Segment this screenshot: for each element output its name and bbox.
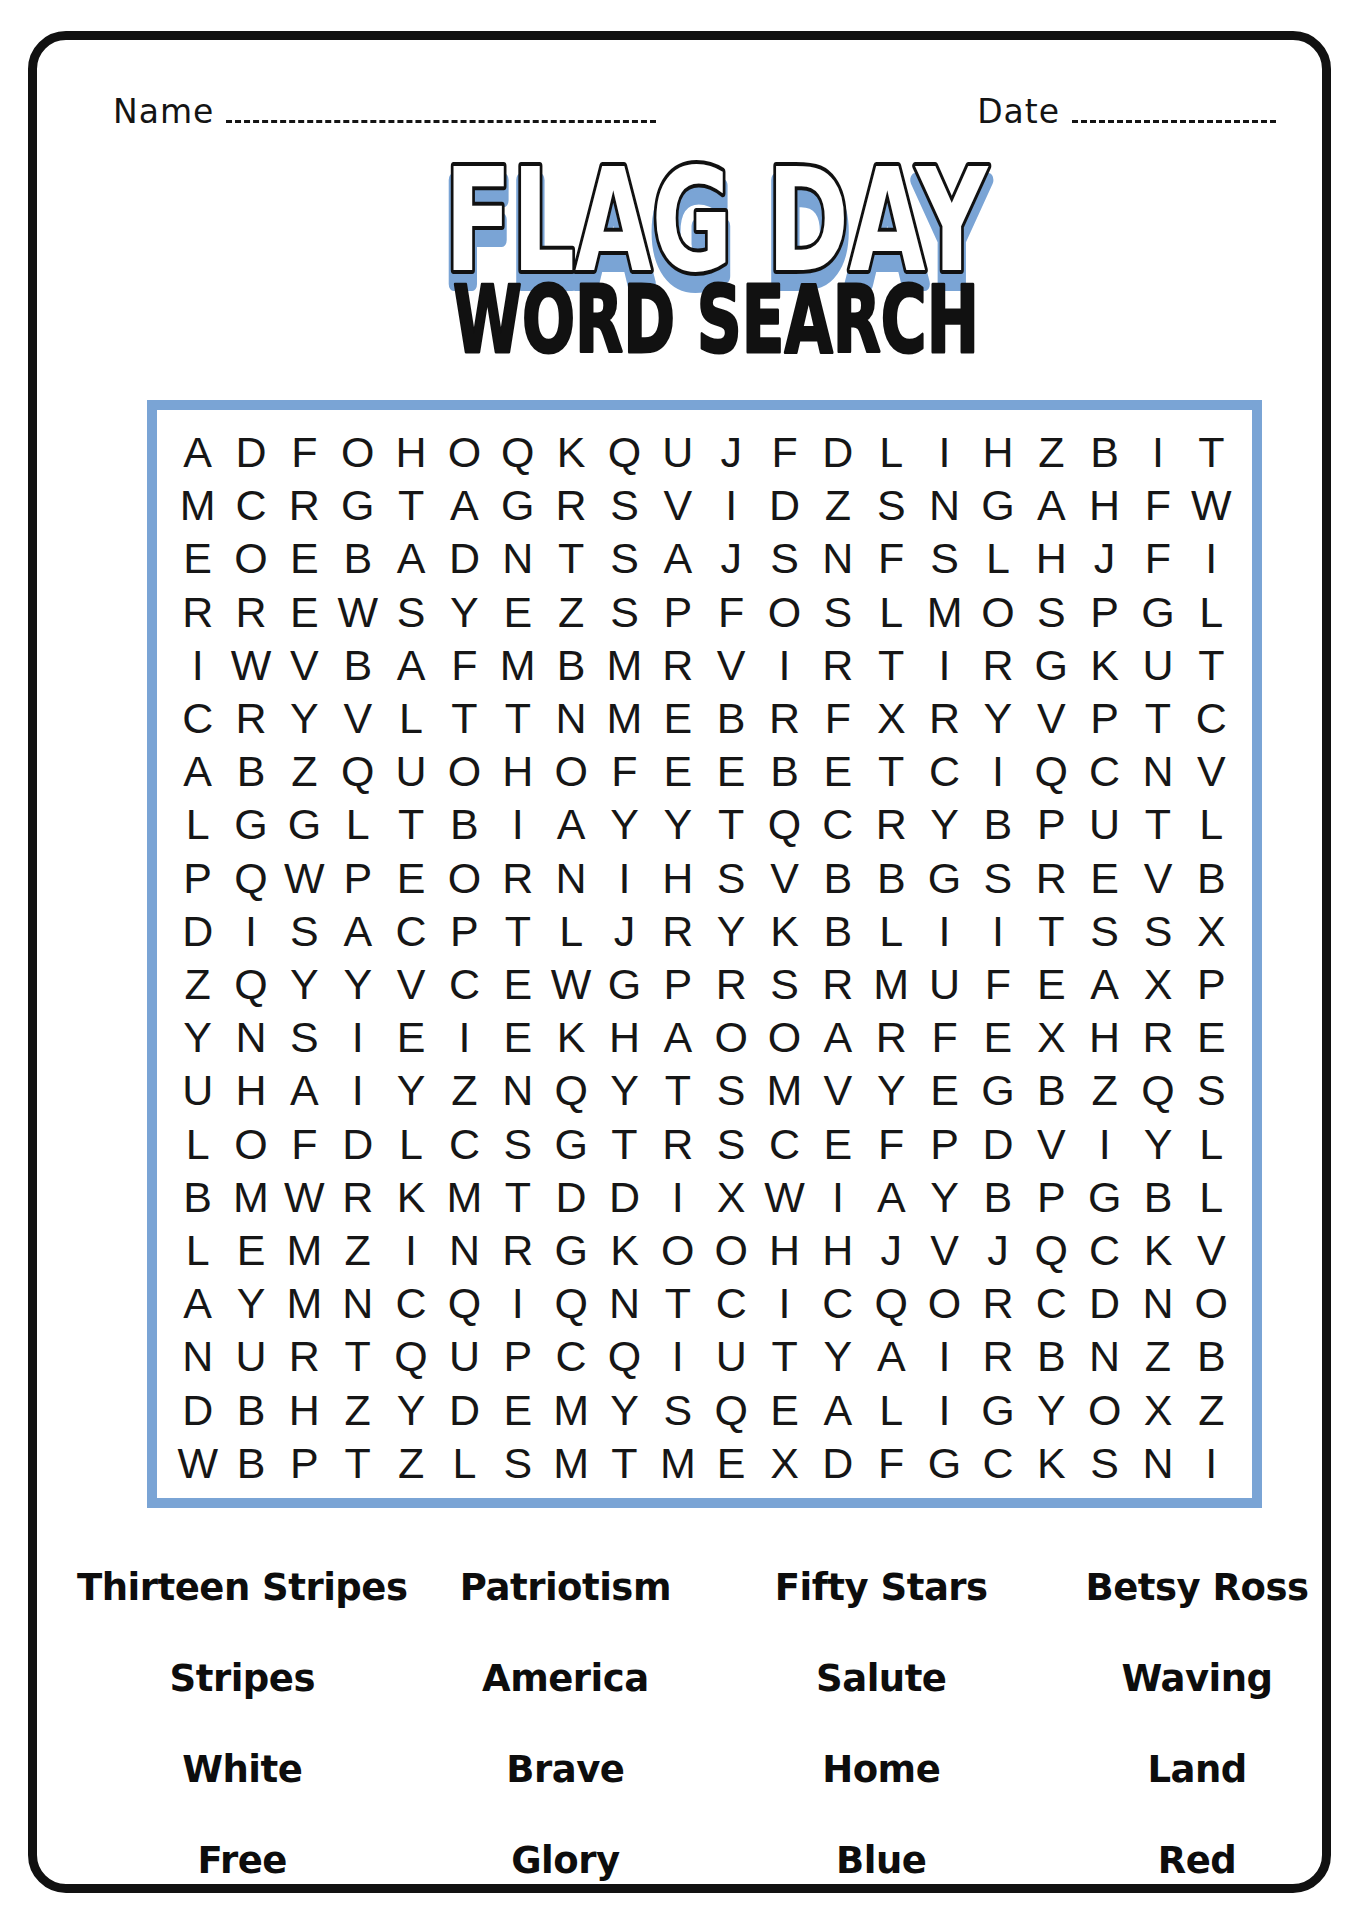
grid-cell-r11c12[interactable]: S [758, 958, 811, 1011]
grid-cell-r2c7[interactable]: G [491, 479, 544, 532]
grid-cell-r3c4[interactable]: B [331, 532, 384, 585]
grid-cell-r18c13[interactable]: Y [811, 1330, 864, 1383]
grid-cell-r11c16[interactable]: F [971, 958, 1024, 1011]
grid-cell-r17c18[interactable]: D [1078, 1277, 1131, 1330]
grid-cell-r9c7[interactable]: R [491, 852, 544, 905]
grid-cell-r16c17[interactable]: Q [1025, 1224, 1078, 1277]
grid-cell-r14c5[interactable]: L [384, 1118, 437, 1171]
grid-cell-r12c7[interactable]: E [491, 1011, 544, 1064]
grid-cell-r13c12[interactable]: M [758, 1064, 811, 1117]
grid-cell-r12c10[interactable]: A [651, 1011, 704, 1064]
grid-cell-r13c1[interactable]: U [171, 1064, 224, 1117]
grid-cell-r15c20[interactable]: L [1185, 1171, 1238, 1224]
grid-cell-r16c16[interactable]: J [971, 1224, 1024, 1277]
grid-cell-r19c1[interactable]: D [171, 1384, 224, 1437]
grid-cell-r1c5[interactable]: H [384, 426, 437, 479]
grid-cell-r19c17[interactable]: Y [1025, 1384, 1078, 1437]
grid-cell-r8c13[interactable]: C [811, 798, 864, 851]
grid-cell-r7c15[interactable]: C [918, 745, 971, 798]
grid-cell-r19c10[interactable]: S [651, 1384, 704, 1437]
grid-cell-r15c8[interactable]: D [544, 1171, 597, 1224]
grid-cell-r20c17[interactable]: K [1025, 1437, 1078, 1490]
grid-cell-r12c5[interactable]: E [384, 1011, 437, 1064]
grid-cell-r17c11[interactable]: C [704, 1277, 757, 1330]
grid-cell-r7c7[interactable]: H [491, 745, 544, 798]
grid-cell-r10c8[interactable]: L [544, 905, 597, 958]
grid-cell-r13c15[interactable]: E [918, 1064, 971, 1117]
grid-cell-r11c10[interactable]: P [651, 958, 704, 1011]
grid-cell-r14c13[interactable]: E [811, 1118, 864, 1171]
grid-cell-r18c12[interactable]: T [758, 1330, 811, 1383]
grid-cell-r20c12[interactable]: X [758, 1437, 811, 1490]
grid-cell-r17c12[interactable]: I [758, 1277, 811, 1330]
grid-cell-r7c6[interactable]: O [438, 745, 491, 798]
grid-cell-r7c10[interactable]: E [651, 745, 704, 798]
grid-cell-r2c3[interactable]: R [278, 479, 331, 532]
grid-cell-r5c15[interactable]: I [918, 639, 971, 692]
grid-cell-r18c18[interactable]: N [1078, 1330, 1131, 1383]
grid-cell-r7c5[interactable]: U [384, 745, 437, 798]
grid-cell-r4c18[interactable]: P [1078, 586, 1131, 639]
grid-cell-r19c8[interactable]: M [544, 1384, 597, 1437]
grid-cell-r18c11[interactable]: U [704, 1330, 757, 1383]
grid-cell-r20c4[interactable]: T [331, 1437, 384, 1490]
grid-cell-r11c6[interactable]: C [438, 958, 491, 1011]
grid-cell-r15c5[interactable]: K [384, 1171, 437, 1224]
grid-cell-r6c16[interactable]: Y [971, 692, 1024, 745]
grid-cell-r13c11[interactable]: S [704, 1064, 757, 1117]
grid-cell-r7c20[interactable]: V [1185, 745, 1238, 798]
grid-cell-r9c18[interactable]: E [1078, 852, 1131, 905]
grid-cell-r14c8[interactable]: G [544, 1118, 597, 1171]
grid-cell-r17c1[interactable]: A [171, 1277, 224, 1330]
grid-cell-r19c13[interactable]: A [811, 1384, 864, 1437]
grid-cell-r1c10[interactable]: U [651, 426, 704, 479]
grid-cell-r2c1[interactable]: M [171, 479, 224, 532]
grid-cell-r6c12[interactable]: R [758, 692, 811, 745]
grid-cell-r7c9[interactable]: F [598, 745, 651, 798]
grid-cell-r4c3[interactable]: E [278, 586, 331, 639]
grid-cell-r9c14[interactable]: B [865, 852, 918, 905]
grid-cell-r10c15[interactable]: I [918, 905, 971, 958]
grid-cell-r20c14[interactable]: F [865, 1437, 918, 1490]
grid-cell-r10c1[interactable]: D [171, 905, 224, 958]
grid-cell-r2c20[interactable]: W [1185, 479, 1238, 532]
grid-cell-r4c16[interactable]: O [971, 586, 1024, 639]
grid-cell-r3c2[interactable]: O [224, 532, 277, 585]
grid-cell-r12c4[interactable]: I [331, 1011, 384, 1064]
grid-cell-r15c2[interactable]: M [224, 1171, 277, 1224]
grid-cell-r10c13[interactable]: B [811, 905, 864, 958]
grid-cell-r2c9[interactable]: S [598, 479, 651, 532]
grid-cell-r17c10[interactable]: T [651, 1277, 704, 1330]
grid-cell-r3c10[interactable]: A [651, 532, 704, 585]
grid-cell-r1c17[interactable]: Z [1025, 426, 1078, 479]
grid-cell-r19c16[interactable]: G [971, 1384, 1024, 1437]
grid-cell-r18c7[interactable]: P [491, 1330, 544, 1383]
grid-cell-r19c19[interactable]: X [1131, 1384, 1184, 1437]
grid-cell-r9c10[interactable]: H [651, 852, 704, 905]
grid-cell-r13c7[interactable]: N [491, 1064, 544, 1117]
grid-cell-r13c13[interactable]: V [811, 1064, 864, 1117]
grid-cell-r1c19[interactable]: I [1131, 426, 1184, 479]
grid-cell-r16c8[interactable]: G [544, 1224, 597, 1277]
grid-cell-r7c11[interactable]: E [704, 745, 757, 798]
grid-cell-r16c1[interactable]: L [171, 1224, 224, 1277]
grid-cell-r1c20[interactable]: T [1185, 426, 1238, 479]
grid-cell-r2c4[interactable]: G [331, 479, 384, 532]
grid-cell-r8c10[interactable]: Y [651, 798, 704, 851]
grid-cell-r5c20[interactable]: T [1185, 639, 1238, 692]
grid-cell-r2c10[interactable]: V [651, 479, 704, 532]
grid-cell-r3c20[interactable]: I [1185, 532, 1238, 585]
grid-cell-r13c9[interactable]: Y [598, 1064, 651, 1117]
grid-cell-r9c20[interactable]: B [1185, 852, 1238, 905]
grid-cell-r8c5[interactable]: T [384, 798, 437, 851]
grid-cell-r5c4[interactable]: B [331, 639, 384, 692]
grid-cell-r1c2[interactable]: D [224, 426, 277, 479]
grid-cell-r9c6[interactable]: O [438, 852, 491, 905]
grid-cell-r11c9[interactable]: G [598, 958, 651, 1011]
grid-cell-r6c11[interactable]: B [704, 692, 757, 745]
grid-cell-r12c19[interactable]: R [1131, 1011, 1184, 1064]
grid-cell-r16c11[interactable]: O [704, 1224, 757, 1277]
grid-cell-r17c20[interactable]: O [1185, 1277, 1238, 1330]
grid-cell-r9c3[interactable]: W [278, 852, 331, 905]
grid-cell-r4c14[interactable]: L [865, 586, 918, 639]
grid-cell-r4c20[interactable]: L [1185, 586, 1238, 639]
grid-cell-r6c13[interactable]: F [811, 692, 864, 745]
grid-cell-r15c10[interactable]: I [651, 1171, 704, 1224]
grid-cell-r20c20[interactable]: I [1185, 1437, 1238, 1490]
grid-cell-r15c9[interactable]: D [598, 1171, 651, 1224]
grid-cell-r4c1[interactable]: R [171, 586, 224, 639]
grid-cell-r16c13[interactable]: H [811, 1224, 864, 1277]
grid-cell-r2c18[interactable]: H [1078, 479, 1131, 532]
grid-cell-r7c14[interactable]: T [865, 745, 918, 798]
grid-cell-r14c1[interactable]: L [171, 1118, 224, 1171]
grid-cell-r12c6[interactable]: I [438, 1011, 491, 1064]
grid-cell-r11c1[interactable]: Z [171, 958, 224, 1011]
grid-cell-r2c19[interactable]: F [1131, 479, 1184, 532]
grid-cell-r13c19[interactable]: Q [1131, 1064, 1184, 1117]
grid-cell-r1c14[interactable]: L [865, 426, 918, 479]
grid-cell-r2c11[interactable]: I [704, 479, 757, 532]
grid-cell-r10c18[interactable]: S [1078, 905, 1131, 958]
grid-cell-r15c7[interactable]: T [491, 1171, 544, 1224]
grid-cell-r18c9[interactable]: Q [598, 1330, 651, 1383]
grid-cell-r6c17[interactable]: V [1025, 692, 1078, 745]
date-input-line[interactable] [1072, 116, 1276, 123]
grid-cell-r1c3[interactable]: F [278, 426, 331, 479]
grid-cell-r2c8[interactable]: R [544, 479, 597, 532]
grid-cell-r6c8[interactable]: N [544, 692, 597, 745]
grid-cell-r19c6[interactable]: D [438, 1384, 491, 1437]
grid-cell-r7c19[interactable]: N [1131, 745, 1184, 798]
grid-cell-r14c4[interactable]: D [331, 1118, 384, 1171]
grid-cell-r20c1[interactable]: W [171, 1437, 224, 1490]
grid-cell-r14c19[interactable]: Y [1131, 1118, 1184, 1171]
grid-cell-r4c6[interactable]: Y [438, 586, 491, 639]
grid-cell-r10c2[interactable]: I [224, 905, 277, 958]
grid-cell-r11c17[interactable]: E [1025, 958, 1078, 1011]
grid-cell-r7c18[interactable]: C [1078, 745, 1131, 798]
grid-cell-r13c16[interactable]: G [971, 1064, 1024, 1117]
grid-cell-r12c9[interactable]: H [598, 1011, 651, 1064]
grid-cell-r18c16[interactable]: R [971, 1330, 1024, 1383]
grid-cell-r5c16[interactable]: R [971, 639, 1024, 692]
grid-cell-r19c14[interactable]: L [865, 1384, 918, 1437]
grid-cell-r3c8[interactable]: T [544, 532, 597, 585]
grid-cell-r6c18[interactable]: P [1078, 692, 1131, 745]
grid-cell-r15c16[interactable]: B [971, 1171, 1024, 1224]
grid-cell-r13c5[interactable]: Y [384, 1064, 437, 1117]
grid-cell-r16c18[interactable]: C [1078, 1224, 1131, 1277]
grid-cell-r16c20[interactable]: V [1185, 1224, 1238, 1277]
grid-cell-r17c3[interactable]: M [278, 1277, 331, 1330]
grid-cell-r5c13[interactable]: R [811, 639, 864, 692]
grid-cell-r16c7[interactable]: R [491, 1224, 544, 1277]
grid-cell-r11c15[interactable]: U [918, 958, 971, 1011]
grid-cell-r5c12[interactable]: I [758, 639, 811, 692]
grid-cell-r15c15[interactable]: Y [918, 1171, 971, 1224]
grid-cell-r10c9[interactable]: J [598, 905, 651, 958]
grid-cell-r11c2[interactable]: Q [224, 958, 277, 1011]
grid-cell-r6c14[interactable]: X [865, 692, 918, 745]
grid-cell-r3c14[interactable]: F [865, 532, 918, 585]
grid-cell-r13c4[interactable]: I [331, 1064, 384, 1117]
grid-cell-r4c5[interactable]: S [384, 586, 437, 639]
grid-cell-r16c14[interactable]: J [865, 1224, 918, 1277]
grid-cell-r10c19[interactable]: S [1131, 905, 1184, 958]
grid-cell-r11c14[interactable]: M [865, 958, 918, 1011]
grid-cell-r2c16[interactable]: G [971, 479, 1024, 532]
grid-cell-r19c3[interactable]: H [278, 1384, 331, 1437]
grid-cell-r1c11[interactable]: J [704, 426, 757, 479]
grid-cell-r7c13[interactable]: E [811, 745, 864, 798]
grid-cell-r3c15[interactable]: S [918, 532, 971, 585]
grid-cell-r5c11[interactable]: V [704, 639, 757, 692]
grid-cell-r18c14[interactable]: A [865, 1330, 918, 1383]
grid-cell-r17c7[interactable]: I [491, 1277, 544, 1330]
grid-cell-r20c10[interactable]: M [651, 1437, 704, 1490]
grid-cell-r10c5[interactable]: C [384, 905, 437, 958]
grid-cell-r13c8[interactable]: Q [544, 1064, 597, 1117]
grid-cell-r8c14[interactable]: R [865, 798, 918, 851]
grid-cell-r16c6[interactable]: N [438, 1224, 491, 1277]
grid-cell-r15c17[interactable]: P [1025, 1171, 1078, 1224]
grid-cell-r8c16[interactable]: B [971, 798, 1024, 851]
grid-cell-r8c17[interactable]: P [1025, 798, 1078, 851]
grid-cell-r17c17[interactable]: C [1025, 1277, 1078, 1330]
grid-cell-r13c6[interactable]: Z [438, 1064, 491, 1117]
grid-cell-r19c5[interactable]: Y [384, 1384, 437, 1437]
grid-cell-r2c17[interactable]: A [1025, 479, 1078, 532]
grid-cell-r6c10[interactable]: E [651, 692, 704, 745]
grid-cell-r14c6[interactable]: C [438, 1118, 491, 1171]
grid-cell-r10c4[interactable]: A [331, 905, 384, 958]
grid-cell-r7c16[interactable]: I [971, 745, 1024, 798]
grid-cell-r12c3[interactable]: S [278, 1011, 331, 1064]
grid-cell-r20c19[interactable]: N [1131, 1437, 1184, 1490]
grid-cell-r14c3[interactable]: F [278, 1118, 331, 1171]
grid-cell-r14c17[interactable]: V [1025, 1118, 1078, 1171]
grid-cell-r9c11[interactable]: S [704, 852, 757, 905]
grid-cell-r20c13[interactable]: D [811, 1437, 864, 1490]
grid-cell-r4c4[interactable]: W [331, 586, 384, 639]
grid-cell-r16c19[interactable]: K [1131, 1224, 1184, 1277]
grid-cell-r3c3[interactable]: E [278, 532, 331, 585]
grid-cell-r19c18[interactable]: O [1078, 1384, 1131, 1437]
grid-cell-r9c16[interactable]: S [971, 852, 1024, 905]
grid-cell-r12c11[interactable]: O [704, 1011, 757, 1064]
grid-cell-r15c18[interactable]: G [1078, 1171, 1131, 1224]
grid-cell-r12c17[interactable]: X [1025, 1011, 1078, 1064]
grid-cell-r18c4[interactable]: T [331, 1330, 384, 1383]
grid-cell-r4c17[interactable]: S [1025, 586, 1078, 639]
grid-cell-r13c18[interactable]: Z [1078, 1064, 1131, 1117]
grid-cell-r15c1[interactable]: B [171, 1171, 224, 1224]
grid-cell-r13c14[interactable]: Y [865, 1064, 918, 1117]
grid-cell-r10c11[interactable]: Y [704, 905, 757, 958]
grid-cell-r10c7[interactable]: T [491, 905, 544, 958]
grid-cell-r16c15[interactable]: V [918, 1224, 971, 1277]
grid-cell-r12c1[interactable]: Y [171, 1011, 224, 1064]
grid-cell-r13c17[interactable]: B [1025, 1064, 1078, 1117]
grid-cell-r8c1[interactable]: L [171, 798, 224, 851]
grid-cell-r4c2[interactable]: R [224, 586, 277, 639]
grid-cell-r11c19[interactable]: X [1131, 958, 1184, 1011]
grid-cell-r18c6[interactable]: U [438, 1330, 491, 1383]
grid-cell-r15c19[interactable]: B [1131, 1171, 1184, 1224]
grid-cell-r3c18[interactable]: J [1078, 532, 1131, 585]
grid-cell-r13c2[interactable]: H [224, 1064, 277, 1117]
grid-cell-r2c15[interactable]: N [918, 479, 971, 532]
grid-cell-r18c19[interactable]: Z [1131, 1330, 1184, 1383]
grid-cell-r1c1[interactable]: A [171, 426, 224, 479]
grid-cell-r7c2[interactable]: B [224, 745, 277, 798]
grid-cell-r9c15[interactable]: G [918, 852, 971, 905]
grid-cell-r5c8[interactable]: B [544, 639, 597, 692]
grid-cell-r18c1[interactable]: N [171, 1330, 224, 1383]
grid-cell-r18c2[interactable]: U [224, 1330, 277, 1383]
grid-cell-r11c8[interactable]: W [544, 958, 597, 1011]
grid-cell-r1c13[interactable]: D [811, 426, 864, 479]
grid-cell-r18c3[interactable]: R [278, 1330, 331, 1383]
grid-cell-r16c10[interactable]: O [651, 1224, 704, 1277]
grid-cell-r17c19[interactable]: N [1131, 1277, 1184, 1330]
grid-cell-r12c13[interactable]: A [811, 1011, 864, 1064]
grid-cell-r2c6[interactable]: A [438, 479, 491, 532]
grid-cell-r2c14[interactable]: S [865, 479, 918, 532]
grid-cell-r9c8[interactable]: N [544, 852, 597, 905]
grid-cell-r12c14[interactable]: R [865, 1011, 918, 1064]
grid-cell-r17c14[interactable]: Q [865, 1277, 918, 1330]
grid-cell-r17c2[interactable]: Y [224, 1277, 277, 1330]
grid-cell-r3c6[interactable]: D [438, 532, 491, 585]
grid-cell-r5c5[interactable]: A [384, 639, 437, 692]
grid-cell-r12c20[interactable]: E [1185, 1011, 1238, 1064]
grid-cell-r4c13[interactable]: S [811, 586, 864, 639]
grid-cell-r19c2[interactable]: B [224, 1384, 277, 1437]
grid-cell-r6c15[interactable]: R [918, 692, 971, 745]
grid-cell-r3c17[interactable]: H [1025, 532, 1078, 585]
grid-cell-r6c1[interactable]: C [171, 692, 224, 745]
grid-cell-r4c9[interactable]: S [598, 586, 651, 639]
grid-cell-r11c18[interactable]: A [1078, 958, 1131, 1011]
grid-cell-r9c4[interactable]: P [331, 852, 384, 905]
grid-cell-r8c3[interactable]: G [278, 798, 331, 851]
grid-cell-r2c5[interactable]: T [384, 479, 437, 532]
grid-cell-r20c7[interactable]: S [491, 1437, 544, 1490]
grid-cell-r3c19[interactable]: F [1131, 532, 1184, 585]
grid-cell-r3c5[interactable]: A [384, 532, 437, 585]
grid-cell-r5c18[interactable]: K [1078, 639, 1131, 692]
grid-cell-r16c3[interactable]: M [278, 1224, 331, 1277]
grid-cell-r9c17[interactable]: R [1025, 852, 1078, 905]
grid-cell-r18c10[interactable]: I [651, 1330, 704, 1383]
grid-cell-r14c11[interactable]: S [704, 1118, 757, 1171]
grid-cell-r8c6[interactable]: B [438, 798, 491, 851]
grid-cell-r8c20[interactable]: L [1185, 798, 1238, 851]
grid-cell-r13c20[interactable]: S [1185, 1064, 1238, 1117]
grid-cell-r20c2[interactable]: B [224, 1437, 277, 1490]
grid-cell-r14c2[interactable]: O [224, 1118, 277, 1171]
grid-cell-r16c12[interactable]: H [758, 1224, 811, 1277]
grid-cell-r20c6[interactable]: L [438, 1437, 491, 1490]
grid-cell-r11c13[interactable]: R [811, 958, 864, 1011]
grid-cell-r17c4[interactable]: N [331, 1277, 384, 1330]
grid-cell-r1c12[interactable]: F [758, 426, 811, 479]
grid-cell-r20c8[interactable]: M [544, 1437, 597, 1490]
grid-cell-r5c19[interactable]: U [1131, 639, 1184, 692]
grid-cell-r3c13[interactable]: N [811, 532, 864, 585]
grid-cell-r8c4[interactable]: L [331, 798, 384, 851]
grid-cell-r15c4[interactable]: R [331, 1171, 384, 1224]
grid-cell-r7c3[interactable]: Z [278, 745, 331, 798]
grid-cell-r18c5[interactable]: Q [384, 1330, 437, 1383]
grid-cell-r11c11[interactable]: R [704, 958, 757, 1011]
grid-cell-r5c7[interactable]: M [491, 639, 544, 692]
grid-cell-r17c13[interactable]: C [811, 1277, 864, 1330]
grid-cell-r15c11[interactable]: X [704, 1171, 757, 1224]
grid-cell-r1c18[interactable]: B [1078, 426, 1131, 479]
grid-cell-r4c12[interactable]: O [758, 586, 811, 639]
grid-cell-r10c17[interactable]: T [1025, 905, 1078, 958]
grid-cell-r16c4[interactable]: Z [331, 1224, 384, 1277]
grid-cell-r19c4[interactable]: Z [331, 1384, 384, 1437]
grid-cell-r20c15[interactable]: G [918, 1437, 971, 1490]
grid-cell-r4c11[interactable]: F [704, 586, 757, 639]
grid-cell-r6c4[interactable]: V [331, 692, 384, 745]
grid-cell-r20c16[interactable]: C [971, 1437, 1024, 1490]
grid-cell-r16c5[interactable]: I [384, 1224, 437, 1277]
grid-cell-r10c10[interactable]: R [651, 905, 704, 958]
grid-cell-r13c10[interactable]: T [651, 1064, 704, 1117]
grid-cell-r16c9[interactable]: K [598, 1224, 651, 1277]
grid-cell-r4c10[interactable]: P [651, 586, 704, 639]
grid-cell-r10c3[interactable]: S [278, 905, 331, 958]
grid-cell-r8c19[interactable]: T [1131, 798, 1184, 851]
grid-cell-r19c7[interactable]: E [491, 1384, 544, 1437]
grid-cell-r6c6[interactable]: T [438, 692, 491, 745]
grid-cell-r18c20[interactable]: B [1185, 1330, 1238, 1383]
grid-cell-r9c1[interactable]: P [171, 852, 224, 905]
grid-cell-r18c8[interactable]: C [544, 1330, 597, 1383]
name-input-line[interactable] [226, 116, 656, 123]
grid-cell-r6c20[interactable]: C [1185, 692, 1238, 745]
grid-cell-r17c6[interactable]: Q [438, 1277, 491, 1330]
